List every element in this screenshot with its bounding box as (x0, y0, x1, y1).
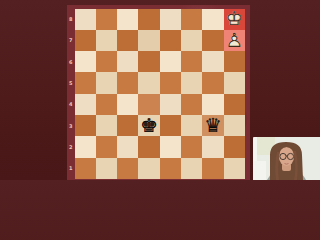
chess-board: ♚♔♟♙♚♔♛♕ (75, 9, 245, 179)
square-h8[interactable]: ♚♔ (224, 9, 245, 30)
square-a5[interactable] (75, 72, 96, 93)
square-c4[interactable] (117, 94, 138, 115)
square-e7[interactable] (160, 30, 181, 51)
square-b5[interactable] (96, 72, 117, 93)
square-h4[interactable] (224, 94, 245, 115)
square-f5[interactable] (181, 72, 202, 93)
square-a1[interactable] (75, 158, 96, 179)
square-e3[interactable] (160, 115, 181, 136)
presenter-avatar (253, 137, 320, 180)
square-d6[interactable] (138, 51, 159, 72)
rank-label-1: 1 (67, 158, 75, 179)
square-b4[interactable] (96, 94, 117, 115)
square-c1[interactable] (117, 158, 138, 179)
square-h1[interactable] (224, 158, 245, 179)
square-d8[interactable] (138, 9, 159, 30)
square-h5[interactable] (224, 72, 245, 93)
square-f3[interactable] (181, 115, 202, 136)
white-king: ♚♔ (224, 9, 245, 30)
square-f6[interactable] (181, 51, 202, 72)
square-h3[interactable] (224, 115, 245, 136)
square-g8[interactable] (202, 9, 223, 30)
square-b2[interactable] (96, 136, 117, 157)
square-h2[interactable] (224, 136, 245, 157)
square-g5[interactable] (202, 72, 223, 93)
rank-label-4: 4 (67, 94, 75, 115)
square-b7[interactable] (96, 30, 117, 51)
rank-label-7: 7 (67, 30, 75, 51)
square-d2[interactable] (138, 136, 159, 157)
square-e8[interactable] (160, 9, 181, 30)
chess-board-frame: ♚♔♟♙♚♔♛♕ 87654321 (67, 5, 250, 180)
square-g3[interactable]: ♛♕ (202, 115, 223, 136)
video-frame: { "game": "chess", "position": { "fen": … (0, 0, 320, 180)
square-e2[interactable] (160, 136, 181, 157)
square-a2[interactable] (75, 136, 96, 157)
square-g1[interactable] (202, 158, 223, 179)
rank-label-2: 2 (67, 136, 75, 157)
square-c8[interactable] (117, 9, 138, 30)
square-c7[interactable] (117, 30, 138, 51)
square-d1[interactable] (138, 158, 159, 179)
square-f2[interactable] (181, 136, 202, 157)
white-king-outline: ♔ (224, 9, 245, 30)
black-king: ♚♔ (138, 115, 159, 136)
square-c5[interactable] (117, 72, 138, 93)
rank-label-8: 8 (67, 9, 75, 30)
square-g6[interactable] (202, 51, 223, 72)
square-c3[interactable] (117, 115, 138, 136)
black-queen-outline: ♕ (202, 115, 223, 136)
webcam-video (253, 137, 320, 180)
rank-label-5: 5 (67, 72, 75, 93)
black-queen: ♛♕ (202, 115, 223, 136)
square-b3[interactable] (96, 115, 117, 136)
square-b8[interactable] (96, 9, 117, 30)
square-d5[interactable] (138, 72, 159, 93)
square-c6[interactable] (117, 51, 138, 72)
square-a7[interactable] (75, 30, 96, 51)
square-f7[interactable] (181, 30, 202, 51)
rank-label-6: 6 (67, 51, 75, 72)
square-c2[interactable] (117, 136, 138, 157)
square-a3[interactable] (75, 115, 96, 136)
square-g7[interactable] (202, 30, 223, 51)
square-b1[interactable] (96, 158, 117, 179)
square-e5[interactable] (160, 72, 181, 93)
square-f4[interactable] (181, 94, 202, 115)
black-king-outline: ♔ (138, 115, 159, 136)
square-g4[interactable] (202, 94, 223, 115)
square-d3[interactable]: ♚♔ (138, 115, 159, 136)
square-f1[interactable] (181, 158, 202, 179)
square-e6[interactable] (160, 51, 181, 72)
square-h6[interactable] (224, 51, 245, 72)
square-d4[interactable] (138, 94, 159, 115)
square-e1[interactable] (160, 158, 181, 179)
white-pawn: ♟♙ (224, 30, 245, 51)
square-b6[interactable] (96, 51, 117, 72)
square-f8[interactable] (181, 9, 202, 30)
square-h7[interactable]: ♟♙ (224, 30, 245, 51)
white-pawn-outline: ♙ (224, 30, 245, 51)
square-a8[interactable] (75, 9, 96, 30)
square-a4[interactable] (75, 94, 96, 115)
square-d7[interactable] (138, 30, 159, 51)
rank-label-3: 3 (67, 115, 75, 136)
square-a6[interactable] (75, 51, 96, 72)
square-e4[interactable] (160, 94, 181, 115)
square-g2[interactable] (202, 136, 223, 157)
